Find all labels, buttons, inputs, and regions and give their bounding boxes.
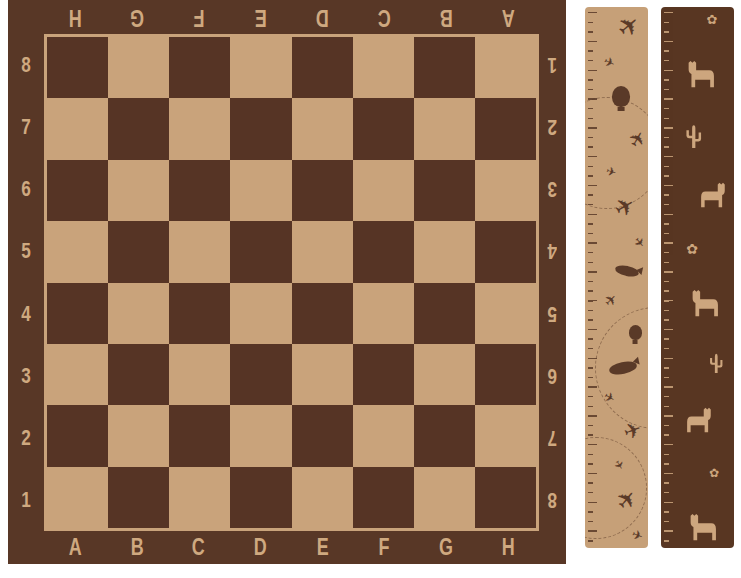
llama-icon	[683, 59, 721, 89]
coordinate-label: B	[440, 4, 453, 31]
coordinate-label: 1	[548, 52, 558, 78]
square-h7[interactable]	[475, 98, 536, 159]
plane-motif: ✈	[606, 166, 616, 178]
cactus-motif	[684, 122, 704, 148]
plane-icon: ✈	[612, 9, 645, 43]
square-a8[interactable]	[47, 37, 108, 98]
balloon-icon	[612, 86, 630, 107]
flower-motif: ✿	[686, 242, 698, 256]
rank-labels-left: 87654321	[8, 34, 44, 531]
plane-motif: ✈	[624, 421, 642, 442]
square-g6[interactable]	[414, 160, 475, 221]
coordinate-label: E	[255, 4, 267, 31]
square-b8[interactable]	[108, 37, 169, 98]
square-c7[interactable]	[169, 98, 230, 159]
plane-motif: ✈	[632, 529, 643, 542]
balloon-motif	[629, 325, 642, 345]
square-d7[interactable]	[230, 98, 291, 159]
square-d3[interactable]	[230, 344, 291, 405]
flower-motif: ✿	[707, 13, 718, 26]
coordinate-cell: 7	[8, 96, 44, 158]
square-f2[interactable]	[353, 405, 414, 466]
coordinate-label: D	[254, 534, 267, 561]
square-e6[interactable]	[292, 160, 353, 221]
coordinate-cell: 1	[539, 34, 566, 96]
plane-motif: ✈	[604, 56, 615, 69]
square-b5[interactable]	[108, 221, 169, 282]
square-c6[interactable]	[169, 160, 230, 221]
coordinate-label: 7	[21, 114, 31, 140]
coordinate-cell: G	[415, 531, 477, 564]
coordinate-cell: 8	[8, 34, 44, 96]
coordinate-cell: F	[168, 0, 230, 34]
square-a5[interactable]	[47, 221, 108, 282]
coordinate-cell: F	[353, 531, 415, 564]
coordinate-label: F	[379, 534, 390, 561]
plane-icon: ✈	[610, 191, 639, 222]
coordinate-label: F	[193, 4, 204, 31]
product-photo: HGFEDCBA ABCDEFGH 87654321 12345678 ✈✈✈✈…	[0, 0, 741, 578]
square-h8[interactable]	[475, 37, 536, 98]
square-f8[interactable]	[353, 37, 414, 98]
coordinate-label: C	[192, 534, 205, 561]
plane-motif: ✈	[614, 459, 624, 471]
zeppelin-icon	[614, 264, 640, 279]
llama-icon	[685, 512, 723, 542]
balloon-icon	[629, 325, 642, 340]
square-b2[interactable]	[108, 405, 169, 466]
ruler-ticks	[588, 12, 597, 543]
plane-motif: ✈	[605, 293, 618, 308]
square-b1[interactable]	[108, 467, 169, 528]
coordinate-label: 2	[21, 425, 31, 451]
square-e7[interactable]	[292, 98, 353, 159]
llama-motif	[683, 59, 721, 89]
square-h4[interactable]	[475, 283, 536, 344]
plane-motif: ✈	[615, 195, 635, 219]
square-c1[interactable]	[169, 467, 230, 528]
airplane-motifs: ✈✈✈✈✈✈✈✈✈✈✈✈	[600, 13, 646, 542]
zeppelin-motif	[615, 266, 639, 276]
zeppelin-motif	[609, 362, 637, 374]
square-e2[interactable]	[292, 405, 353, 466]
coordinate-label: C	[378, 4, 391, 31]
zeppelin-icon	[608, 359, 638, 376]
balloon-motif	[612, 86, 630, 112]
coordinate-cell: C	[353, 0, 415, 34]
square-b6[interactable]	[108, 160, 169, 221]
coordinate-cell: 4	[539, 220, 566, 282]
coordinate-label: 8	[21, 52, 31, 78]
coordinate-label: G	[130, 4, 144, 31]
llama-icon	[681, 406, 716, 434]
coordinate-label: 3	[21, 363, 31, 389]
square-a4[interactable]	[47, 283, 108, 344]
coordinate-label: 6	[21, 176, 31, 202]
plane-icon: ✈	[621, 418, 645, 444]
llama-motif	[695, 181, 730, 209]
square-g1[interactable]	[414, 467, 475, 528]
coordinate-label: 4	[548, 238, 558, 264]
square-a3[interactable]	[47, 344, 108, 405]
coordinate-cell: H	[44, 0, 106, 34]
coordinate-cell: B	[415, 0, 477, 34]
llama-motif	[687, 288, 725, 318]
coordinate-label: E	[316, 534, 328, 561]
coordinate-cell: A	[44, 531, 106, 564]
coordinate-cell: 2	[8, 407, 44, 469]
coordinate-label: G	[439, 534, 453, 561]
square-h6[interactable]	[475, 160, 536, 221]
coordinate-cell: E	[292, 531, 354, 564]
coordinate-cell: 2	[539, 96, 566, 158]
square-c4[interactable]	[169, 283, 230, 344]
square-g4[interactable]	[414, 283, 475, 344]
square-c5[interactable]	[169, 221, 230, 282]
square-g7[interactable]	[414, 98, 475, 159]
square-c8[interactable]	[169, 37, 230, 98]
cactus-icon	[708, 351, 725, 373]
coordinate-cell: G	[106, 0, 168, 34]
square-d2[interactable]	[230, 405, 291, 466]
square-f6[interactable]	[353, 160, 414, 221]
plane-icon: ✈	[601, 291, 621, 311]
coordinate-cell: E	[230, 0, 292, 34]
square-d5[interactable]	[230, 221, 291, 282]
coordinate-label: H	[502, 534, 515, 561]
coordinate-cell: B	[106, 531, 168, 564]
plane-icon: ✈	[601, 389, 617, 406]
square-d6[interactable]	[230, 160, 291, 221]
llama-motif	[681, 406, 716, 434]
file-labels-bottom: ABCDEFGH	[44, 531, 539, 564]
square-a6[interactable]	[47, 160, 108, 221]
square-d8[interactable]	[230, 37, 291, 98]
board-grid	[44, 34, 539, 531]
coordinate-cell: 3	[539, 158, 566, 220]
square-e3[interactable]	[292, 344, 353, 405]
square-g3[interactable]	[414, 344, 475, 405]
llama-icon	[687, 288, 725, 318]
airplane-ruler-strip: ✈✈✈✈✈✈✈✈✈✈✈✈	[585, 7, 648, 548]
square-b7[interactable]	[108, 98, 169, 159]
coordinate-label: B	[130, 534, 143, 561]
llama-motif	[685, 512, 723, 542]
square-g5[interactable]	[414, 221, 475, 282]
plane-motif: ✈	[629, 129, 646, 149]
square-a1[interactable]	[47, 467, 108, 528]
square-f1[interactable]	[353, 467, 414, 528]
square-h3[interactable]	[475, 344, 536, 405]
plane-icon: ✈	[631, 234, 648, 251]
coordinate-cell: A	[477, 0, 539, 34]
coordinate-cell: 6	[8, 158, 44, 220]
square-e8[interactable]	[292, 37, 353, 98]
coordinate-cell: D	[292, 0, 354, 34]
coordinate-cell: 7	[539, 407, 566, 469]
coordinate-cell: 5	[8, 220, 44, 282]
square-e4[interactable]	[292, 283, 353, 344]
coordinate-label: D	[316, 4, 329, 31]
coordinate-cell: 1	[8, 469, 44, 531]
square-g8[interactable]	[414, 37, 475, 98]
coordinate-cell: 5	[539, 283, 566, 345]
square-h1[interactable]	[475, 467, 536, 528]
coordinate-cell: 4	[8, 283, 44, 345]
plane-motif: ✈	[634, 236, 645, 249]
plane-icon: ✈	[605, 165, 618, 179]
coordinate-label: 5	[548, 301, 558, 327]
plane-motif: ✈	[617, 488, 637, 512]
ruler-ticks	[664, 12, 673, 543]
square-f3[interactable]	[353, 344, 414, 405]
coordinate-cell: 3	[8, 345, 44, 407]
plane-icon: ✈	[611, 458, 626, 473]
llama-icon	[695, 181, 730, 209]
coordinate-label: 8	[548, 487, 558, 513]
coordinate-label: A	[502, 4, 515, 31]
plane-icon: ✈	[601, 54, 616, 70]
llama-motifs: ✿✿✿	[676, 13, 732, 542]
coordinate-label: 7	[548, 425, 558, 451]
coordinate-cell: D	[230, 531, 292, 564]
square-h2[interactable]	[475, 405, 536, 466]
flower-icon: ✿	[709, 467, 719, 479]
coordinate-label: 4	[21, 301, 31, 327]
plane-icon: ✈	[611, 484, 642, 515]
coordinate-label: H	[68, 4, 81, 31]
chess-board: HGFEDCBA ABCDEFGH 87654321 12345678	[8, 0, 566, 564]
square-c2[interactable]	[169, 405, 230, 466]
coordinate-label: 2	[548, 114, 558, 140]
coordinate-cell: C	[168, 531, 230, 564]
flower-icon: ✿	[686, 242, 698, 256]
square-f4[interactable]	[353, 283, 414, 344]
coordinate-cell: H	[477, 531, 539, 564]
flower-icon: ✿	[707, 13, 718, 26]
square-e1[interactable]	[292, 467, 353, 528]
square-a2[interactable]	[47, 405, 108, 466]
cactus-motif	[708, 351, 725, 373]
plane-motif: ✈	[604, 391, 615, 404]
square-f7[interactable]	[353, 98, 414, 159]
square-a7[interactable]	[47, 98, 108, 159]
square-f5[interactable]	[353, 221, 414, 282]
square-h5[interactable]	[475, 221, 536, 282]
coordinate-label: A	[68, 534, 81, 561]
coordinate-label: 1	[21, 487, 31, 513]
coordinate-label: 5	[21, 238, 31, 264]
square-e5[interactable]	[292, 221, 353, 282]
file-labels-top: HGFEDCBA	[44, 0, 539, 34]
square-d4[interactable]	[230, 283, 291, 344]
rank-labels-right: 12345678	[539, 34, 566, 531]
llama-ruler-strip: ✿✿✿	[661, 7, 734, 548]
cactus-icon	[684, 122, 704, 148]
coordinate-label: 6	[548, 363, 558, 389]
square-c3[interactable]	[169, 344, 230, 405]
square-d1[interactable]	[230, 467, 291, 528]
coordinate-label: 3	[548, 176, 558, 202]
square-b3[interactable]	[108, 344, 169, 405]
plane-icon: ✈	[630, 527, 645, 543]
square-g2[interactable]	[414, 405, 475, 466]
coordinate-cell: 6	[539, 345, 566, 407]
plane-motif: ✈	[618, 13, 640, 39]
coordinate-cell: 8	[539, 469, 566, 531]
plane-icon: ✈	[624, 127, 648, 152]
flower-motif: ✿	[709, 467, 719, 479]
square-b4[interactable]	[108, 283, 169, 344]
